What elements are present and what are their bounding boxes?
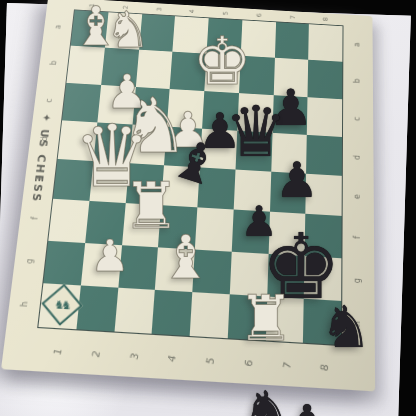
white-knight-a2[interactable]: ♞: [103, 5, 153, 55]
white-bishop-g4[interactable]: ♝: [156, 227, 216, 287]
square-h5[interactable]: [190, 292, 230, 338]
rank-label-4: 4: [145, 334, 194, 382]
rank-label-5: 5: [183, 336, 231, 384]
white-rook-h6[interactable]: ♜: [235, 287, 298, 350]
rank-label-1: 1: [30, 327, 80, 375]
rank-label-2: 2: [68, 329, 118, 377]
square-g1[interactable]: [43, 240, 85, 285]
square-a8[interactable]: [308, 24, 342, 62]
square-h2[interactable]: [76, 285, 118, 331]
square-a7[interactable]: [274, 22, 309, 60]
chess-photo-scene: 12345678 abcdefgh abcdefgh 12345678 ✦ US…: [0, 0, 416, 416]
file-label-d: d: [337, 141, 378, 174]
us-chess-brand-text: ✦ US CHESS: [28, 106, 54, 212]
file-label-e: e: [337, 180, 379, 214]
captured-black-pawn[interactable]: ♟: [281, 398, 333, 416]
rank-label-3: 3: [106, 332, 155, 380]
square-h3[interactable]: [114, 287, 155, 333]
white-pawn-g2[interactable]: ♟: [88, 234, 132, 278]
square-h4[interactable]: [152, 290, 192, 336]
white-king-b5[interactable]: ♚: [189, 29, 255, 95]
file-label-c: c: [338, 103, 378, 135]
us-chess-logo-knights-icon: ♞♞: [54, 298, 70, 311]
file-label-b: b: [338, 66, 378, 97]
black-pawn-e7[interactable]: ♟: [273, 156, 322, 205]
file-label-a: a: [338, 30, 377, 60]
black-knight-h8[interactable]: ♞: [317, 298, 375, 356]
